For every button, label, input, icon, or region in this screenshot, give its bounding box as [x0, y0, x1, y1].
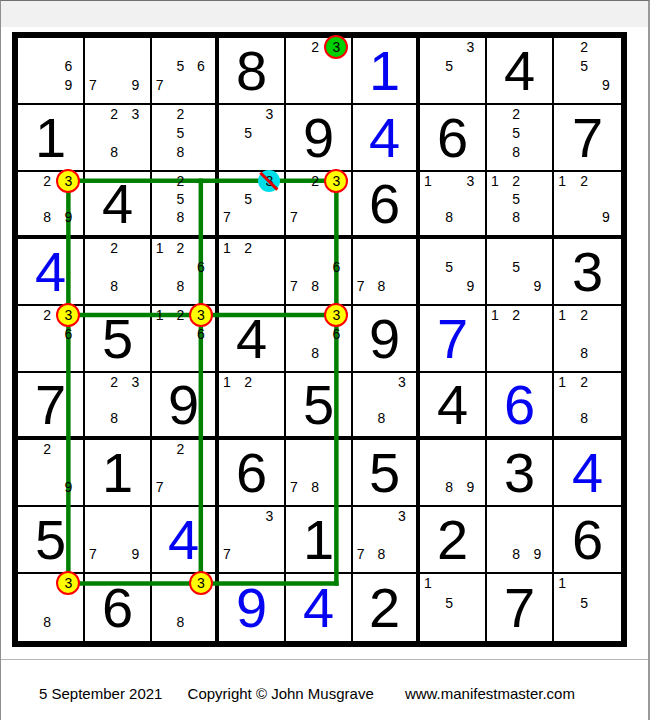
- pencil-mark: 3: [466, 40, 474, 54]
- cell-r7c5[interactable]: 78: [286, 440, 353, 507]
- pencil-mark: 9: [131, 547, 139, 561]
- pencil-mark: 8: [43, 210, 51, 224]
- cell-r1c4[interactable]: 8: [219, 38, 286, 105]
- cell-r6c2[interactable]: 238: [85, 373, 152, 440]
- cell-r7c2[interactable]: 1: [85, 440, 152, 507]
- pencil-mark: 5: [512, 260, 520, 274]
- given-digit: 3: [487, 440, 552, 505]
- pencil-mark: 2: [580, 308, 588, 322]
- pencil-mark: 1: [491, 308, 499, 322]
- title-bar: [1, 1, 648, 27]
- cell-r5c2[interactable]: 5: [85, 306, 152, 373]
- cell-r5c3[interactable]: 1263: [152, 306, 219, 373]
- pencil-mark: 9: [131, 78, 139, 92]
- pencil-mark: 8: [110, 411, 118, 425]
- cell-r3c4[interactable]: 573: [219, 172, 286, 239]
- given-digit: 1: [286, 507, 351, 572]
- cell-r9c3[interactable]: 83: [152, 574, 219, 641]
- cell-r7c1[interactable]: 29: [18, 440, 85, 507]
- footer-copyright: Copyright © John Musgrave: [188, 685, 374, 702]
- solved-digit: 7: [420, 306, 485, 371]
- pencil-mark: 8: [512, 145, 520, 159]
- cell-r4c2[interactable]: 28: [85, 239, 152, 306]
- pencil-mark: 5: [512, 126, 520, 140]
- pencil-mark: 2: [580, 375, 588, 389]
- pencil-mark: 5: [445, 59, 453, 73]
- cell-r1c5[interactable]: 23: [286, 38, 353, 105]
- cell-r5c7[interactable]: 7: [420, 306, 487, 373]
- cell-r8c6[interactable]: 378: [353, 507, 420, 574]
- pencil-mark: 9: [602, 78, 610, 92]
- footer-date: 5 September 2021: [39, 685, 162, 702]
- pencil-mark: 2: [176, 442, 184, 456]
- pencil-mark: 5: [512, 192, 520, 206]
- pencil-mark: 8: [445, 480, 453, 494]
- chain-node-circle: 3: [324, 169, 348, 193]
- cell-r1c6[interactable]: 1: [353, 38, 420, 105]
- pencil-mark: 5: [580, 596, 588, 610]
- pencil-mark: 1: [558, 174, 566, 188]
- pencil-mark: 2: [580, 174, 588, 188]
- pencil-mark: 7: [290, 279, 298, 293]
- cell-r9c9[interactable]: 15: [554, 574, 621, 641]
- pencil-mark: 7: [290, 210, 298, 224]
- cell-r3c8[interactable]: 1258: [487, 172, 554, 239]
- pencil-mark: 1: [424, 174, 432, 188]
- cell-r1c7[interactable]: 35: [420, 38, 487, 105]
- cell-r3c6[interactable]: 6: [353, 172, 420, 239]
- pencil-mark: 8: [512, 547, 520, 561]
- pencil-mark: 6: [197, 327, 205, 341]
- cell-r4c4[interactable]: 12: [219, 239, 286, 306]
- pencil-mark: 7: [223, 210, 231, 224]
- pencil-mark: 8: [512, 210, 520, 224]
- pencil-mark: 6: [332, 327, 340, 341]
- given-digit: 4: [487, 38, 552, 103]
- cell-r2c3[interactable]: 258: [152, 105, 219, 172]
- pencil-mark: 9: [466, 279, 474, 293]
- pencil-mark: 2: [176, 174, 184, 188]
- given-digit: 8: [219, 38, 284, 103]
- cell-r6c6[interactable]: 38: [353, 373, 420, 440]
- cell-r8c1[interactable]: 5: [18, 507, 85, 574]
- solved-digit: 9: [219, 574, 284, 641]
- pencil-mark: 1: [223, 241, 231, 255]
- cell-r4c7[interactable]: 59: [420, 239, 487, 306]
- cell-r2c1[interactable]: 1: [18, 105, 85, 172]
- cell-r1c3[interactable]: 567: [152, 38, 219, 105]
- given-digit: 3: [554, 239, 621, 304]
- cell-r3c1[interactable]: 2893: [18, 172, 85, 239]
- given-digit: 7: [554, 105, 621, 170]
- pencil-mark: 8: [580, 411, 588, 425]
- pencil-mark: 7: [156, 480, 164, 494]
- pencil-mark: 5: [445, 260, 453, 274]
- pencil-mark: 2: [110, 107, 118, 121]
- pencil-mark: 3: [398, 375, 406, 389]
- pencil-mark: 8: [110, 145, 118, 159]
- cell-r5c4[interactable]: 4: [219, 306, 286, 373]
- pencil-mark: 8: [176, 210, 184, 224]
- cell-r5c6[interactable]: 9: [353, 306, 420, 373]
- given-digit: 6: [219, 440, 284, 505]
- pencil-mark: 5: [244, 192, 252, 206]
- given-digit: 7: [18, 373, 83, 436]
- cell-r4c9[interactable]: 3: [554, 239, 621, 306]
- solved-digit: 4: [554, 440, 621, 505]
- pencil-mark: 7: [89, 547, 97, 561]
- cell-r4c8[interactable]: 59: [487, 239, 554, 306]
- chain-node-circle: 3: [324, 303, 348, 327]
- chain-node-circle: 3: [189, 571, 213, 595]
- cell-r3c7[interactable]: 138: [420, 172, 487, 239]
- given-digit: 1: [18, 105, 83, 170]
- cell-r4c1[interactable]: 4: [18, 239, 85, 306]
- chain-node-circle: 3: [56, 303, 80, 327]
- solved-digit: 6: [487, 373, 552, 436]
- pencil-mark: 1: [491, 174, 499, 188]
- cell-r5c8[interactable]: 12: [487, 306, 554, 373]
- given-digit: 7: [487, 574, 552, 641]
- cell-r6c9[interactable]: 128: [554, 373, 621, 440]
- given-digit: 4: [219, 306, 284, 371]
- given-digit: 9: [152, 373, 215, 436]
- cell-r7c3[interactable]: 27: [152, 440, 219, 507]
- given-digit: 4: [420, 373, 485, 436]
- pencil-mark: 5: [580, 59, 588, 73]
- cell-r8c4[interactable]: 37: [219, 507, 286, 574]
- cell-r1c8[interactable]: 4: [487, 38, 554, 105]
- cell-r8c2[interactable]: 79: [85, 507, 152, 574]
- given-digit: 5: [85, 306, 150, 371]
- pencil-mark: 2: [176, 107, 184, 121]
- pencil-mark: 1: [424, 576, 432, 590]
- app-window: 6979567823135425912382583594625872893425…: [0, 0, 650, 720]
- pencil-mark: 2: [244, 241, 252, 255]
- cell-r9c2[interactable]: 6: [85, 574, 152, 641]
- pencil-mark: 5: [176, 126, 184, 140]
- footer-text: 5 September 2021 Copyright © John Musgra…: [39, 685, 575, 702]
- given-digit: 5: [18, 507, 83, 572]
- cell-r9c1[interactable]: 83: [18, 574, 85, 641]
- given-digit: 6: [554, 507, 621, 572]
- pencil-mark: 5: [445, 596, 453, 610]
- cell-r9c7[interactable]: 15: [420, 574, 487, 641]
- cell-r8c3[interactable]: 4: [152, 507, 219, 574]
- given-digit: 5: [286, 373, 351, 436]
- cell-r2c4[interactable]: 35: [219, 105, 286, 172]
- pencil-mark: 3: [265, 509, 273, 523]
- cell-r7c8[interactable]: 3: [487, 440, 554, 507]
- pencil-mark: 1: [223, 375, 231, 389]
- solved-digit: 4: [353, 105, 416, 170]
- pencil-mark: 8: [580, 346, 588, 360]
- pencil-mark: 8: [176, 615, 184, 629]
- pencil-mark: 9: [533, 547, 541, 561]
- pencil-mark: 7: [357, 279, 365, 293]
- chain-node-circle: 3: [189, 303, 213, 327]
- cell-r7c4[interactable]: 6: [219, 440, 286, 507]
- cell-r7c7[interactable]: 89: [420, 440, 487, 507]
- cell-r6c5[interactable]: 5: [286, 373, 353, 440]
- pencil-mark: 6: [332, 260, 340, 274]
- cell-r6c4[interactable]: 12: [219, 373, 286, 440]
- pencil-mark: 8: [445, 210, 453, 224]
- solved-digit: 4: [152, 507, 215, 572]
- pencil-mark: 6: [197, 260, 205, 274]
- pencil-mark: 3: [398, 509, 406, 523]
- pencil-mark: 2: [43, 442, 51, 456]
- given-digit: 4: [85, 172, 150, 235]
- pencil-mark: 8: [377, 547, 385, 561]
- cell-r1c9[interactable]: 259: [554, 38, 621, 105]
- solved-digit: 4: [18, 239, 83, 304]
- cell-r4c3[interactable]: 1268: [152, 239, 219, 306]
- cell-r2c8[interactable]: 258: [487, 105, 554, 172]
- pencil-mark: 9: [602, 210, 610, 224]
- cell-r6c7[interactable]: 4: [420, 373, 487, 440]
- pencil-mark: 1: [156, 241, 164, 255]
- cell-r8c5[interactable]: 1: [286, 507, 353, 574]
- pencil-mark: 2: [512, 308, 520, 322]
- cell-r9c5[interactable]: 4: [286, 574, 353, 641]
- pencil-mark: 9: [533, 279, 541, 293]
- cell-r8c8[interactable]: 89: [487, 507, 554, 574]
- cell-r6c8[interactable]: 6: [487, 373, 554, 440]
- pencil-mark: 9: [64, 210, 72, 224]
- solved-digit: 4: [286, 574, 351, 641]
- pencil-mark: 8: [43, 615, 51, 629]
- cell-r7c6[interactable]: 5: [353, 440, 420, 507]
- pencil-mark: 5: [176, 192, 184, 206]
- given-digit: 2: [420, 507, 485, 572]
- cell-r7c9[interactable]: 4: [554, 440, 621, 507]
- cell-r5c9[interactable]: 128: [554, 306, 621, 373]
- chain-target-circle: 3: [324, 35, 348, 59]
- pencil-mark: 8: [377, 411, 385, 425]
- cell-r6c3[interactable]: 9: [152, 373, 219, 440]
- pencil-mark: 6: [197, 59, 205, 73]
- pencil-mark: 7: [156, 78, 164, 92]
- cell-r5c5[interactable]: 683: [286, 306, 353, 373]
- pencil-mark: 8: [110, 279, 118, 293]
- cell-r9c8[interactable]: 7: [487, 574, 554, 641]
- pencil-mark: 3: [265, 107, 273, 121]
- cell-r3c5[interactable]: 273: [286, 172, 353, 239]
- chain-node-circle: 3: [56, 571, 80, 595]
- pencil-mark: 2: [43, 174, 51, 188]
- pencil-mark: 8: [311, 480, 319, 494]
- footer-website[interactable]: www.manifestmaster.com: [405, 685, 575, 702]
- pencil-mark: 7: [89, 78, 97, 92]
- cell-r4c6[interactable]: 78: [353, 239, 420, 306]
- pencil-mark: 8: [311, 346, 319, 360]
- sudoku-board[interactable]: 6979567823135425912382583594625872893425…: [12, 32, 627, 647]
- cell-r8c9[interactable]: 6: [554, 507, 621, 574]
- pencil-mark: 2: [110, 241, 118, 255]
- cell-r8c7[interactable]: 2: [420, 507, 487, 574]
- solved-digit: 1: [353, 38, 416, 103]
- given-digit: 6: [85, 574, 150, 641]
- pencil-mark: 7: [290, 480, 298, 494]
- pencil-mark: 2: [311, 174, 319, 188]
- pencil-mark: 6: [64, 59, 72, 73]
- pencil-mark: 2: [244, 375, 252, 389]
- given-digit: 9: [286, 105, 351, 170]
- given-digit: 6: [353, 172, 416, 235]
- footer-bar: 5 September 2021 Copyright © John Musgra…: [1, 659, 648, 720]
- pencil-mark: 2: [43, 308, 51, 322]
- cell-r6c1[interactable]: 7: [18, 373, 85, 440]
- pencil-mark: 2: [110, 375, 118, 389]
- cell-r2c9[interactable]: 7: [554, 105, 621, 172]
- pencil-mark: 5: [244, 126, 252, 140]
- cell-r2c6[interactable]: 4: [353, 105, 420, 172]
- cell-r2c5[interactable]: 9: [286, 105, 353, 172]
- pencil-mark: 8: [377, 279, 385, 293]
- cell-r1c1[interactable]: 69: [18, 38, 85, 105]
- pencil-mark: 1: [558, 308, 566, 322]
- pencil-mark: 8: [176, 145, 184, 159]
- pencil-mark: 1: [558, 576, 566, 590]
- pencil-mark: 1: [558, 375, 566, 389]
- pencil-mark: 2: [580, 40, 588, 54]
- pencil-mark: 2: [176, 308, 184, 322]
- given-digit: 1: [85, 440, 150, 505]
- cell-r3c9[interactable]: 129: [554, 172, 621, 239]
- cell-r2c2[interactable]: 238: [85, 105, 152, 172]
- cell-r1c2[interactable]: 79: [85, 38, 152, 105]
- chain-node-circle: 3: [56, 169, 80, 193]
- given-digit: 6: [420, 105, 485, 170]
- pencil-mark: 2: [311, 40, 319, 54]
- pencil-mark: 5: [176, 59, 184, 73]
- cell-r2c7[interactable]: 6: [420, 105, 487, 172]
- pencil-mark: 9: [64, 78, 72, 92]
- pencil-mark: 9: [64, 480, 72, 494]
- pencil-mark: 2: [512, 107, 520, 121]
- cell-r9c4[interactable]: 9: [219, 574, 286, 641]
- pencil-mark: 8: [176, 279, 184, 293]
- pencil-mark: 6: [64, 327, 72, 341]
- given-digit: 9: [353, 306, 416, 371]
- cell-r3c2[interactable]: 4: [85, 172, 152, 239]
- pencil-mark: 2: [512, 174, 520, 188]
- pencil-mark: 3: [466, 174, 474, 188]
- cell-r4c5[interactable]: 678: [286, 239, 353, 306]
- eliminated-candidate-marker: 3: [258, 170, 280, 192]
- cell-r5c1[interactable]: 263: [18, 306, 85, 373]
- pencil-mark: 2: [176, 241, 184, 255]
- pencil-mark: 7: [223, 547, 231, 561]
- pencil-mark: 1: [156, 308, 164, 322]
- pencil-mark: 3: [131, 375, 139, 389]
- given-digit: 5: [353, 440, 416, 505]
- pencil-mark: 8: [311, 279, 319, 293]
- given-digit: 2: [353, 574, 416, 641]
- cell-r9c6[interactable]: 2: [353, 574, 420, 641]
- pencil-mark: 3: [131, 107, 139, 121]
- pencil-mark: 7: [357, 547, 365, 561]
- cell-r3c3[interactable]: 258: [152, 172, 219, 239]
- pencil-mark: 9: [466, 480, 474, 494]
